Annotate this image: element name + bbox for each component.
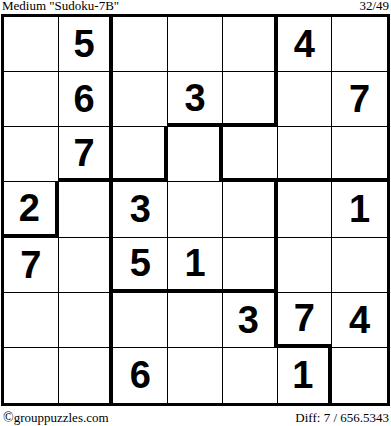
cell-r6c7: 4 xyxy=(332,293,387,348)
cell-r3c5[interactable] xyxy=(223,127,278,182)
cell-r2c7: 7 xyxy=(332,72,387,127)
cell-r4c7: 1 xyxy=(332,182,387,237)
cell-r1c2: 5 xyxy=(59,17,114,72)
cell-r1c5[interactable] xyxy=(223,17,278,72)
cell-r1c1[interactable] xyxy=(4,17,59,72)
cell-r5c3: 5 xyxy=(113,238,168,293)
cell-r5c7[interactable] xyxy=(332,238,387,293)
cell-r1c4[interactable] xyxy=(168,17,223,72)
copyright-icon: © xyxy=(3,410,14,425)
cell-r5c2[interactable] xyxy=(59,238,114,293)
cell-r6c5: 3 xyxy=(223,293,278,348)
cell-r2c4: 3 xyxy=(168,72,223,127)
cell-r7c2[interactable] xyxy=(59,348,114,403)
cell-r1c7[interactable] xyxy=(332,17,387,72)
cell-r6c1[interactable] xyxy=(4,293,59,348)
cell-r4c2[interactable] xyxy=(59,182,114,237)
cell-r3c1[interactable] xyxy=(4,127,59,182)
puzzle-counter: 32/49 xyxy=(359,0,389,14)
cell-r5c5[interactable] xyxy=(223,238,278,293)
cell-r2c3[interactable] xyxy=(113,72,168,127)
sudoku-board: 54637723175137461 xyxy=(1,14,390,406)
cell-r5c1: 7 xyxy=(4,238,59,293)
site-name: grouppuzzles.com xyxy=(14,410,109,425)
cell-r7c1[interactable] xyxy=(4,348,59,403)
cell-r3c4[interactable] xyxy=(168,127,223,182)
cell-r7c4[interactable] xyxy=(168,348,223,403)
difficulty-text: Diff: 7 / 656.5343 xyxy=(295,410,389,426)
cell-r4c4[interactable] xyxy=(168,182,223,237)
cell-r2c6[interactable] xyxy=(278,72,333,127)
cell-r3c3[interactable] xyxy=(113,127,168,182)
cell-r3c6[interactable] xyxy=(278,127,333,182)
cell-r7c3: 6 xyxy=(113,348,168,403)
cell-r6c3[interactable] xyxy=(113,293,168,348)
cell-r1c6: 4 xyxy=(278,17,333,72)
cell-r6c2[interactable] xyxy=(59,293,114,348)
cell-r5c6[interactable] xyxy=(278,238,333,293)
cell-r3c7[interactable] xyxy=(332,127,387,182)
cell-r4c6[interactable] xyxy=(278,182,333,237)
cell-r6c6: 7 xyxy=(278,293,333,348)
cell-r2c2: 6 xyxy=(59,72,114,127)
cell-r4c1: 2 xyxy=(4,182,59,237)
cell-r5c4: 1 xyxy=(168,238,223,293)
cell-r6c4[interactable] xyxy=(168,293,223,348)
cell-r7c7[interactable] xyxy=(332,348,387,403)
cell-r7c5[interactable] xyxy=(223,348,278,403)
cell-r3c2: 7 xyxy=(59,127,114,182)
puzzle-title: Medium "Sudoku-7B" xyxy=(2,0,119,14)
cell-r7c6: 1 xyxy=(278,348,333,403)
cell-r4c5[interactable] xyxy=(223,182,278,237)
cell-r2c1[interactable] xyxy=(4,72,59,127)
cell-r4c3: 3 xyxy=(113,182,168,237)
cell-r1c3[interactable] xyxy=(113,17,168,72)
cell-r2c5[interactable] xyxy=(223,72,278,127)
copyright-line: ©grouppuzzles.com xyxy=(3,410,109,426)
